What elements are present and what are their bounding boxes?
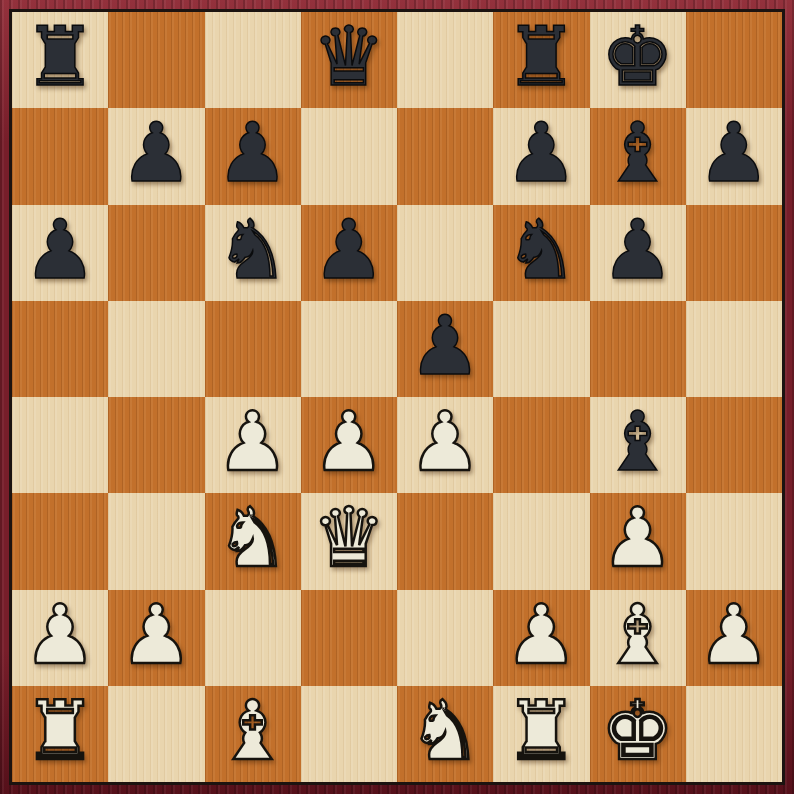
square-e8[interactable]: [397, 12, 493, 108]
square-e1[interactable]: ♞: [397, 686, 493, 782]
piece-black-pawn[interactable]: ♟: [505, 112, 579, 194]
piece-black-knight[interactable]: ♞: [216, 209, 290, 291]
square-d2[interactable]: [301, 590, 397, 686]
square-f5[interactable]: [493, 301, 589, 397]
square-a2[interactable]: ♟: [12, 590, 108, 686]
chess-board: ♜♛♜♚♟♟♟♝♟♟♞♟♞♟♟♟♟♟♝♞♛♟♟♟♟♝♟♜♝♞♜♚: [9, 9, 785, 785]
square-c5[interactable]: [205, 301, 301, 397]
piece-white-knight[interactable]: ♞: [216, 497, 290, 579]
piece-white-king[interactable]: ♚: [601, 690, 675, 772]
square-b8[interactable]: [108, 12, 204, 108]
piece-black-king[interactable]: ♚: [601, 16, 675, 98]
square-g1[interactable]: ♚: [590, 686, 686, 782]
square-c2[interactable]: [205, 590, 301, 686]
square-c6[interactable]: ♞: [205, 205, 301, 301]
piece-black-pawn[interactable]: ♟: [697, 112, 771, 194]
square-e7[interactable]: [397, 108, 493, 204]
square-a5[interactable]: [12, 301, 108, 397]
square-h3[interactable]: [686, 493, 782, 589]
square-d3[interactable]: ♛: [301, 493, 397, 589]
square-g5[interactable]: [590, 301, 686, 397]
piece-black-bishop[interactable]: ♝: [601, 401, 675, 483]
square-b7[interactable]: ♟: [108, 108, 204, 204]
square-g7[interactable]: ♝: [590, 108, 686, 204]
square-a7[interactable]: [12, 108, 108, 204]
square-f4[interactable]: [493, 397, 589, 493]
piece-white-pawn[interactable]: ♟: [408, 401, 482, 483]
square-a4[interactable]: [12, 397, 108, 493]
piece-white-bishop[interactable]: ♝: [601, 594, 675, 676]
square-c7[interactable]: ♟: [205, 108, 301, 204]
piece-black-rook[interactable]: ♜: [505, 16, 579, 98]
piece-black-bishop[interactable]: ♝: [601, 112, 675, 194]
square-f7[interactable]: ♟: [493, 108, 589, 204]
piece-black-queen[interactable]: ♛: [312, 16, 386, 98]
square-d1[interactable]: [301, 686, 397, 782]
square-a6[interactable]: ♟: [12, 205, 108, 301]
piece-black-pawn[interactable]: ♟: [23, 209, 97, 291]
piece-black-pawn[interactable]: ♟: [216, 112, 290, 194]
square-b3[interactable]: [108, 493, 204, 589]
piece-black-pawn[interactable]: ♟: [312, 209, 386, 291]
piece-white-rook[interactable]: ♜: [23, 690, 97, 772]
piece-white-rook[interactable]: ♜: [505, 690, 579, 772]
square-f8[interactable]: ♜: [493, 12, 589, 108]
square-e6[interactable]: [397, 205, 493, 301]
square-g6[interactable]: ♟: [590, 205, 686, 301]
piece-white-bishop[interactable]: ♝: [216, 690, 290, 772]
piece-black-pawn[interactable]: ♟: [601, 209, 675, 291]
square-c4[interactable]: ♟: [205, 397, 301, 493]
square-g2[interactable]: ♝: [590, 590, 686, 686]
piece-white-pawn[interactable]: ♟: [216, 401, 290, 483]
square-a3[interactable]: [12, 493, 108, 589]
piece-white-pawn[interactable]: ♟: [23, 594, 97, 676]
square-f6[interactable]: ♞: [493, 205, 589, 301]
piece-black-knight[interactable]: ♞: [505, 209, 579, 291]
square-a8[interactable]: ♜: [12, 12, 108, 108]
piece-white-knight[interactable]: ♞: [408, 690, 482, 772]
piece-white-queen[interactable]: ♛: [312, 497, 386, 579]
piece-white-pawn[interactable]: ♟: [505, 594, 579, 676]
square-d8[interactable]: ♛: [301, 12, 397, 108]
piece-white-pawn[interactable]: ♟: [312, 401, 386, 483]
square-b4[interactable]: [108, 397, 204, 493]
square-g8[interactable]: ♚: [590, 12, 686, 108]
piece-black-pawn[interactable]: ♟: [408, 305, 482, 387]
square-b2[interactable]: ♟: [108, 590, 204, 686]
square-e5[interactable]: ♟: [397, 301, 493, 397]
square-h4[interactable]: [686, 397, 782, 493]
square-d7[interactable]: [301, 108, 397, 204]
square-d4[interactable]: ♟: [301, 397, 397, 493]
square-b1[interactable]: [108, 686, 204, 782]
square-f1[interactable]: ♜: [493, 686, 589, 782]
piece-white-pawn[interactable]: ♟: [601, 497, 675, 579]
square-f2[interactable]: ♟: [493, 590, 589, 686]
square-c3[interactable]: ♞: [205, 493, 301, 589]
square-h5[interactable]: [686, 301, 782, 397]
square-d5[interactable]: [301, 301, 397, 397]
square-e4[interactable]: ♟: [397, 397, 493, 493]
square-h2[interactable]: ♟: [686, 590, 782, 686]
board-frame: ♜♛♜♚♟♟♟♝♟♟♞♟♞♟♟♟♟♟♝♞♛♟♟♟♟♝♟♜♝♞♜♚: [0, 0, 794, 794]
piece-black-rook[interactable]: ♜: [23, 16, 97, 98]
square-c8[interactable]: [205, 12, 301, 108]
square-b6[interactable]: [108, 205, 204, 301]
square-h1[interactable]: [686, 686, 782, 782]
square-e3[interactable]: [397, 493, 493, 589]
square-a1[interactable]: ♜: [12, 686, 108, 782]
square-g3[interactable]: ♟: [590, 493, 686, 589]
piece-white-pawn[interactable]: ♟: [120, 594, 194, 676]
square-c1[interactable]: ♝: [205, 686, 301, 782]
square-g4[interactable]: ♝: [590, 397, 686, 493]
square-b5[interactable]: [108, 301, 204, 397]
square-e2[interactable]: [397, 590, 493, 686]
square-f3[interactable]: [493, 493, 589, 589]
square-h8[interactable]: [686, 12, 782, 108]
piece-black-pawn[interactable]: ♟: [120, 112, 194, 194]
square-h6[interactable]: [686, 205, 782, 301]
square-d6[interactable]: ♟: [301, 205, 397, 301]
square-h7[interactable]: ♟: [686, 108, 782, 204]
piece-white-pawn[interactable]: ♟: [697, 594, 771, 676]
